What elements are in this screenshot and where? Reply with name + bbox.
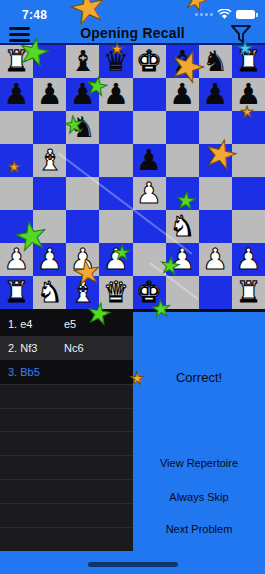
- piece-wP-a2: ♟: [4, 243, 30, 276]
- feedback-label: Correct!: [133, 370, 265, 385]
- square-h3[interactable]: [232, 210, 265, 243]
- square-a5[interactable]: [0, 144, 33, 177]
- move-white: 2. Nf3: [8, 342, 64, 354]
- square-e7[interactable]: [133, 78, 166, 111]
- square-f6[interactable]: [166, 111, 199, 144]
- square-e2[interactable]: [133, 243, 166, 276]
- move-row-1[interactable]: 1. e4e5: [0, 312, 133, 336]
- status-time: 7:48: [22, 8, 47, 22]
- move-row-2[interactable]: 2. Nf3Nc6: [0, 336, 133, 360]
- piece-wN-b1: ♞: [37, 276, 63, 309]
- square-b7[interactable]: ♟: [33, 78, 66, 111]
- piece-bN-c6: ♞: [70, 111, 96, 144]
- square-h7[interactable]: ♟: [232, 78, 265, 111]
- square-e3[interactable]: [133, 210, 166, 243]
- next-problem-button[interactable]: Next Problem: [133, 523, 265, 535]
- move-row-6: [0, 431, 133, 455]
- piece-bP-g7: ♟: [202, 78, 228, 111]
- square-b2[interactable]: ♟: [33, 243, 66, 276]
- square-g7[interactable]: ♟: [199, 78, 232, 111]
- square-a1[interactable]: ♜: [0, 276, 33, 309]
- piece-bP-h7: ♟: [235, 78, 261, 111]
- piece-wP-b2: ♟: [37, 243, 63, 276]
- page-title: Opening Recall: [0, 25, 265, 41]
- wifi-icon: [217, 9, 232, 20]
- square-a4[interactable]: [0, 177, 33, 210]
- piece-bR-h8: ♜: [235, 45, 261, 78]
- square-g8[interactable]: ♞: [199, 45, 232, 78]
- square-e6[interactable]: [133, 111, 166, 144]
- square-a2[interactable]: ♟: [0, 243, 33, 276]
- move-row-8: [0, 479, 133, 503]
- square-g2[interactable]: ♟: [199, 243, 232, 276]
- square-f8[interactable]: ♝: [166, 45, 199, 78]
- square-h8[interactable]: ♜: [232, 45, 265, 78]
- app-screen: 7:48 Opening Recall ♜♝♛♚♝♞♜♟♟♟♟♟♟♟♞♝♟♟♞♟…: [0, 0, 265, 574]
- view-repertoire-button[interactable]: View Repertoire: [133, 457, 265, 469]
- move-row-10: [0, 527, 133, 551]
- square-h4[interactable]: [232, 177, 265, 210]
- piece-wB-b5: ♝: [37, 144, 63, 177]
- square-g5[interactable]: [199, 144, 232, 177]
- square-g6[interactable]: [199, 111, 232, 144]
- square-e8[interactable]: ♚: [133, 45, 166, 78]
- piece-bB-f8: ♝: [169, 45, 195, 78]
- square-f7[interactable]: ♟: [166, 78, 199, 111]
- filter-funnel-icon[interactable]: [229, 23, 253, 45]
- square-f4[interactable]: [166, 177, 199, 210]
- square-a8[interactable]: ♜: [0, 45, 33, 78]
- square-b5[interactable]: ♝: [33, 144, 66, 177]
- piece-wP-g2: ♟: [202, 243, 228, 276]
- piece-bP-c7: ♟: [70, 78, 96, 111]
- piece-bR-a8: ♜: [4, 45, 30, 78]
- move-white: 1. e4: [8, 318, 64, 330]
- chess-board: ♜♝♛♚♝♞♜♟♟♟♟♟♟♟♞♝♟♟♞♟♟♟♟♟♟♟♜♞♝♛♚♜: [0, 43, 265, 312]
- move-list: 1. e4e52. Nf3Nc63. Bb5: [0, 312, 133, 551]
- piece-wB-c1: ♝: [70, 276, 96, 309]
- square-f2[interactable]: ♟: [166, 243, 199, 276]
- piece-wP-h2: ♟: [235, 243, 261, 276]
- piece-bQ-d8: ♛: [103, 45, 129, 78]
- square-h1[interactable]: ♜: [232, 276, 265, 309]
- square-c5[interactable]: [66, 144, 99, 177]
- square-c1[interactable]: ♝: [66, 276, 99, 309]
- always-skip-button[interactable]: Always Skip: [133, 491, 265, 503]
- piece-bK-e8: ♚: [136, 45, 162, 78]
- square-a7[interactable]: ♟: [0, 78, 33, 111]
- move-row-3[interactable]: 3. Bb5: [0, 360, 133, 384]
- square-d1[interactable]: ♛: [99, 276, 132, 309]
- square-a6[interactable]: [0, 111, 33, 144]
- piece-wR-a1: ♜: [4, 276, 30, 309]
- move-white: 3. Bb5: [8, 366, 64, 378]
- move-row-4: [0, 384, 133, 408]
- piece-wP-e4: ♟: [136, 177, 162, 210]
- square-d6[interactable]: [99, 111, 132, 144]
- piece-bP-f7: ♟: [169, 78, 195, 111]
- square-g1[interactable]: [199, 276, 232, 309]
- square-b3[interactable]: [33, 210, 66, 243]
- square-f5[interactable]: [166, 144, 199, 177]
- move-black: Nc6: [64, 342, 84, 354]
- move-row-5: [0, 408, 133, 432]
- home-indicator[interactable]: [88, 562, 178, 567]
- square-d8[interactable]: ♛: [99, 45, 132, 78]
- square-e4[interactable]: ♟: [133, 177, 166, 210]
- square-b6[interactable]: [33, 111, 66, 144]
- status-bar: 7:48: [0, 0, 265, 24]
- square-h5[interactable]: [232, 144, 265, 177]
- piece-bP-a7: ♟: [4, 78, 30, 111]
- piece-bN-g8: ♞: [202, 45, 228, 78]
- square-c4[interactable]: [66, 177, 99, 210]
- square-b1[interactable]: ♞: [33, 276, 66, 309]
- square-h2[interactable]: ♟: [232, 243, 265, 276]
- square-c3[interactable]: [66, 210, 99, 243]
- cellular-signal-icon: [195, 13, 213, 16]
- square-b8[interactable]: [33, 45, 66, 78]
- battery-icon: [236, 10, 255, 19]
- square-d4[interactable]: [99, 177, 132, 210]
- move-row-9: [0, 503, 133, 527]
- piece-bP-e5: ♟: [136, 144, 162, 177]
- piece-wK-e1: ♚: [136, 276, 162, 309]
- square-g4[interactable]: [199, 177, 232, 210]
- square-a3[interactable]: [0, 210, 33, 243]
- square-c2[interactable]: ♟: [66, 243, 99, 276]
- square-e5[interactable]: ♟: [133, 144, 166, 177]
- square-c8[interactable]: ♝: [66, 45, 99, 78]
- square-b4[interactable]: [33, 177, 66, 210]
- piece-wP-c2: ♟: [70, 243, 96, 276]
- square-d2[interactable]: ♟: [99, 243, 132, 276]
- square-d3[interactable]: [99, 210, 132, 243]
- move-row-7: [0, 455, 133, 479]
- piece-wQ-d1: ♛: [103, 276, 129, 309]
- square-c7[interactable]: ♟: [66, 78, 99, 111]
- piece-bP-d7: ♟: [103, 78, 129, 111]
- square-c6[interactable]: ♞: [66, 111, 99, 144]
- piece-wP-d2: ♟: [103, 243, 129, 276]
- square-f1[interactable]: [166, 276, 199, 309]
- navigation-bar: Opening Recall: [0, 22, 265, 44]
- move-black: e5: [64, 318, 76, 330]
- piece-bP-b7: ♟: [37, 78, 63, 111]
- square-d7[interactable]: ♟: [99, 78, 132, 111]
- piece-wN-f3: ♞: [169, 210, 195, 243]
- square-d5[interactable]: [99, 144, 132, 177]
- piece-bB-c8: ♝: [70, 45, 96, 78]
- square-e1[interactable]: ♚: [133, 276, 166, 309]
- piece-wR-h1: ♜: [235, 276, 261, 309]
- square-f3[interactable]: ♞: [166, 210, 199, 243]
- square-g3[interactable]: [199, 210, 232, 243]
- square-h6[interactable]: [232, 111, 265, 144]
- piece-wP-f2: ♟: [169, 243, 195, 276]
